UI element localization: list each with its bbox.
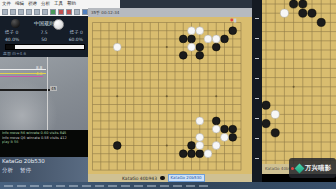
black-captures-label: 提子 0 (5, 30, 18, 35)
taskbar-item[interactable] (199, 185, 208, 187)
position-tip-text: 盘面 白+4.6 (3, 51, 26, 56)
black-stone-icon (160, 176, 165, 181)
log-line-2: play B S6 (2, 140, 86, 145)
taskbar-item[interactable] (147, 185, 156, 187)
rules-label: 中国规则 (0, 20, 88, 26)
engine-console: info move R6 winrate 0.60 visits 845info… (0, 130, 88, 157)
left-window-statusbar: KataGo 20b530 分析 暂停 (0, 157, 88, 182)
graph-label-mid: 4.6 (36, 71, 42, 76)
scrollbar-tick (255, 78, 259, 79)
current-move-marker-line (47, 57, 48, 130)
board-caption: KataGo 40b943 KataGo 20b530 (88, 174, 252, 182)
taskbar-item[interactable] (134, 185, 143, 187)
magenta-score-line (0, 76, 43, 77)
black-winrate-line (0, 89, 54, 91)
pause-button[interactable]: 暂停 (20, 167, 31, 174)
taskbar-item[interactable] (121, 185, 130, 187)
watermark-text: 万兴喵影 (305, 164, 331, 173)
taskbar-item[interactable] (173, 185, 182, 187)
scrollbar-tick (255, 38, 259, 39)
black-engine-label: KataGo 40b943 (122, 176, 157, 181)
menu-row: 文件编辑棋谱分析工具帮助 (0, 0, 120, 7)
winrate-bar (5, 44, 85, 50)
white-engine-button[interactable]: KataGo 20b530 (168, 174, 205, 182)
taskbar-item[interactable] (95, 185, 104, 187)
taskbar-item[interactable] (108, 185, 117, 187)
start-icon[interactable] (50, 9, 56, 15)
komi-value: 7.5 (40, 30, 47, 35)
open-icon[interactable] (10, 9, 16, 15)
white-captures-label: 提子 0 (70, 30, 83, 35)
stop-icon[interactable] (66, 9, 72, 15)
taskbar-item[interactable] (186, 185, 195, 187)
winrate-graph[interactable]: 8.8 4.6 45 (0, 57, 88, 130)
graph-label-top: 8.8 (36, 65, 42, 70)
recording-watermark: 万兴喵影 (289, 158, 336, 178)
menu-item-0[interactable]: 文件 (2, 1, 11, 7)
menu-item-2[interactable]: 棋谱 (28, 1, 37, 7)
menu-item-4[interactable]: 工具 (54, 1, 63, 7)
center-value: 50 (41, 37, 47, 42)
scrollbar-tick (255, 118, 259, 119)
undo-icon[interactable] (42, 9, 48, 15)
taskbar-item[interactable] (56, 185, 65, 187)
engine-name-label: KataGo 20b530 (2, 158, 45, 164)
scrollbar-tick (255, 138, 259, 139)
copy-icon[interactable] (26, 9, 32, 15)
game-info-panel: 中国规则 提子 0 7.5 提子 0 40.0% 50 60.0% 盘面 白+4… (0, 16, 88, 57)
graph-label-line: 45 (50, 86, 57, 91)
scrollbar-tick (255, 58, 259, 59)
filmora-logo-icon (295, 163, 305, 173)
main-goban[interactable] (88, 17, 252, 174)
paste-icon[interactable] (34, 9, 40, 15)
menu-item-5[interactable]: 帮助 (67, 1, 76, 7)
taskbar-item[interactable] (82, 185, 91, 187)
taskbar-item[interactable] (17, 185, 26, 187)
winrate-bar-fill (15, 45, 84, 49)
white-player-stone-icon (53, 19, 64, 30)
new-icon[interactable] (2, 9, 8, 15)
board-titlebar: 35手 00:12:34 (88, 8, 252, 17)
taskbar-item[interactable] (69, 185, 78, 187)
taskbar[interactable] (0, 182, 336, 189)
scrollbar-tick (255, 98, 259, 99)
menu-item-1[interactable]: 编辑 (15, 1, 24, 7)
white-winrate: 60.0% (69, 37, 83, 42)
taskbar-item[interactable] (4, 185, 13, 187)
move-scrollbar[interactable] (252, 0, 262, 182)
menu-item-3[interactable]: 分析 (41, 1, 50, 7)
board-icon[interactable] (74, 9, 80, 15)
scrollbar-tick (255, 18, 259, 19)
secondary-goban[interactable] (262, 0, 336, 164)
taskbar-item[interactable] (43, 185, 52, 187)
save-icon[interactable] (18, 9, 24, 15)
analyze-button[interactable]: 分析 (2, 167, 13, 174)
black-winrate: 40.0% (5, 37, 19, 42)
taskbar-item[interactable] (30, 185, 39, 187)
pause-icon[interactable] (58, 9, 64, 15)
scrollbar-tick (255, 158, 259, 159)
taskbar-item[interactable] (160, 185, 169, 187)
